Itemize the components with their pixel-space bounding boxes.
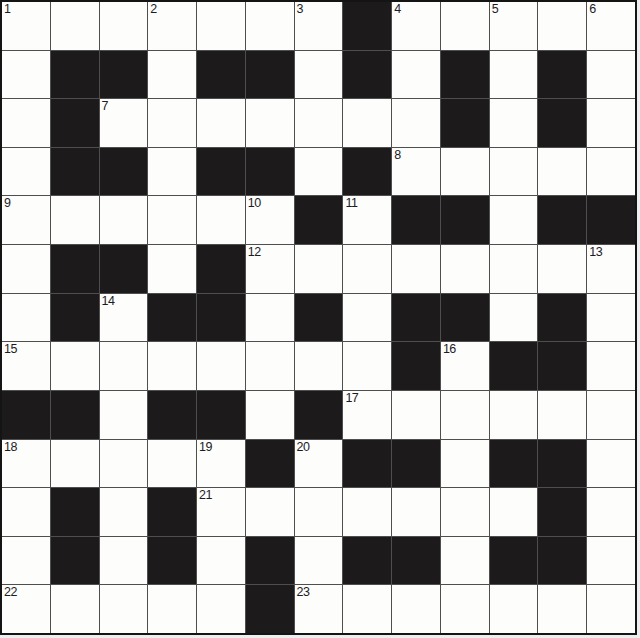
letter-cell-r8c1[interactable]: 15 [2,342,50,390]
letter-cell-r6c12[interactable] [538,245,586,293]
letter-cell-r4c4[interactable] [148,148,196,196]
letter-cell-r7c6[interactable] [246,294,294,342]
block-cell-r4c3 [100,148,148,196]
letter-cell-r11c5[interactable]: 21 [197,488,245,536]
letter-cell-r10c5[interactable]: 19 [197,440,245,488]
letter-cell-r9c9[interactable] [392,391,440,439]
letter-cell-r6c13[interactable]: 13 [587,245,635,293]
letter-cell-r5c5[interactable] [197,196,245,244]
letter-cell-r13c2[interactable] [51,585,99,633]
block-cell-r7c10 [441,294,489,342]
letter-cell-r5c1[interactable]: 9 [2,196,50,244]
block-cell-r2c3 [100,51,148,99]
letter-cell-r6c8[interactable] [343,245,391,293]
letter-cell-r6c7[interactable] [295,245,343,293]
letter-cell-r3c3[interactable]: 7 [100,99,148,147]
letter-cell-r10c7[interactable]: 20 [295,440,343,488]
letter-cell-r3c11[interactable] [490,99,538,147]
letter-cell-r6c9[interactable] [392,245,440,293]
block-cell-r10c11 [490,440,538,488]
block-cell-r7c12 [538,294,586,342]
clue-number-2: 2 [150,2,156,16]
letter-cell-r5c3[interactable] [100,196,148,244]
block-cell-r3c12 [538,99,586,147]
clue-number-17: 17 [345,391,358,405]
letter-cell-r5c4[interactable] [148,196,196,244]
letter-cell-r6c4[interactable] [148,245,196,293]
letter-cell-r6c6[interactable]: 12 [246,245,294,293]
clue-number-12: 12 [248,245,261,259]
block-cell-r12c12 [538,537,586,585]
letter-cell-r9c10[interactable] [441,391,489,439]
letter-cell-r10c10[interactable] [441,440,489,488]
block-cell-r11c12 [538,488,586,536]
block-cell-r9c2 [51,391,99,439]
clue-number-9: 9 [4,196,10,210]
letter-cell-r4c1[interactable] [2,148,50,196]
letter-cell-r13c4[interactable] [148,585,196,633]
block-cell-r12c8 [343,537,391,585]
letter-cell-r1c7[interactable]: 3 [295,2,343,50]
block-cell-r9c7 [295,391,343,439]
block-cell-r2c12 [538,51,586,99]
letter-cell-r12c5[interactable] [197,537,245,585]
letter-cell-r6c1[interactable] [2,245,50,293]
letter-cell-r7c11[interactable] [490,294,538,342]
letter-cell-r9c3[interactable] [100,391,148,439]
letter-cell-r2c11[interactable] [490,51,538,99]
letter-cell-r9c12[interactable] [538,391,586,439]
letter-cell-r8c10[interactable]: 16 [441,342,489,390]
letter-cell-r13c11[interactable] [490,585,538,633]
letter-cell-r4c13[interactable] [587,148,635,196]
letter-cell-r11c10[interactable] [441,488,489,536]
letter-cell-r1c13[interactable]: 6 [587,2,635,50]
letter-cell-r7c8[interactable] [343,294,391,342]
letter-cell-r1c4[interactable]: 2 [148,2,196,50]
block-cell-r8c9 [392,342,440,390]
letter-cell-r5c6[interactable]: 10 [246,196,294,244]
block-cell-r9c1 [2,391,50,439]
letter-cell-r3c1[interactable] [2,99,50,147]
letter-cell-r4c11[interactable] [490,148,538,196]
crossword-board: 1234567891011121314151617181920212223 [0,0,637,635]
letter-cell-r11c11[interactable] [490,488,538,536]
letter-cell-r11c13[interactable] [587,488,635,536]
block-cell-r7c9 [392,294,440,342]
block-cell-r10c12 [538,440,586,488]
block-cell-r12c9 [392,537,440,585]
letter-cell-r8c2[interactable] [51,342,99,390]
letter-cell-r9c8[interactable]: 17 [343,391,391,439]
letter-cell-r3c4[interactable] [148,99,196,147]
clue-number-6: 6 [589,2,595,16]
letter-cell-r3c9[interactable] [392,99,440,147]
letter-cell-r11c9[interactable] [392,488,440,536]
letter-cell-r13c8[interactable] [343,585,391,633]
clue-number-5: 5 [492,2,498,16]
clue-number-1: 1 [4,2,10,16]
block-cell-r12c6 [246,537,294,585]
letter-cell-r8c4[interactable] [148,342,196,390]
block-cell-r11c4 [148,488,196,536]
block-cell-r5c7 [295,196,343,244]
letter-cell-r7c13[interactable] [587,294,635,342]
letter-cell-r1c6[interactable] [246,2,294,50]
letter-cell-r2c9[interactable] [392,51,440,99]
letter-cell-r12c7[interactable] [295,537,343,585]
block-cell-r7c4 [148,294,196,342]
block-cell-r6c2 [51,245,99,293]
letter-cell-r3c6[interactable] [246,99,294,147]
clue-number-10: 10 [248,196,261,210]
clue-number-14: 14 [102,294,115,308]
block-cell-r4c8 [343,148,391,196]
clue-number-19: 19 [199,440,212,454]
letter-cell-r6c10[interactable] [441,245,489,293]
letter-cell-r3c8[interactable] [343,99,391,147]
letter-cell-r1c1[interactable]: 1 [2,2,50,50]
letter-cell-r2c7[interactable] [295,51,343,99]
clue-number-23: 23 [297,585,310,599]
letter-cell-r13c9[interactable] [392,585,440,633]
letter-cell-r9c6[interactable] [246,391,294,439]
letter-cell-r1c10[interactable] [441,2,489,50]
letter-cell-r4c9[interactable]: 8 [392,148,440,196]
block-cell-r2c5 [197,51,245,99]
letter-cell-r2c4[interactable] [148,51,196,99]
letter-cell-r7c3[interactable]: 14 [100,294,148,342]
letter-cell-r10c2[interactable] [51,440,99,488]
letter-cell-r8c5[interactable] [197,342,245,390]
block-cell-r5c9 [392,196,440,244]
letter-cell-r2c13[interactable] [587,51,635,99]
block-cell-r7c7 [295,294,343,342]
letter-cell-r5c8[interactable]: 11 [343,196,391,244]
letter-cell-r13c3[interactable] [100,585,148,633]
block-cell-r8c12 [538,342,586,390]
letter-cell-r13c12[interactable] [538,585,586,633]
letter-cell-r11c7[interactable] [295,488,343,536]
clue-number-4: 4 [394,2,400,16]
letter-cell-r8c7[interactable] [295,342,343,390]
block-cell-r12c4 [148,537,196,585]
block-cell-r6c5 [197,245,245,293]
letter-cell-r13c10[interactable] [441,585,489,633]
letter-cell-r10c3[interactable] [100,440,148,488]
letter-cell-r8c6[interactable] [246,342,294,390]
letter-cell-r10c13[interactable] [587,440,635,488]
letter-cell-r10c1[interactable]: 18 [2,440,50,488]
clue-number-11: 11 [345,196,357,210]
letter-cell-r1c11[interactable]: 5 [490,2,538,50]
clue-number-15: 15 [4,342,17,356]
block-cell-r7c5 [197,294,245,342]
clue-number-21: 21 [199,488,212,502]
block-cell-r4c2 [51,148,99,196]
letter-cell-r8c13[interactable] [587,342,635,390]
block-cell-r9c4 [148,391,196,439]
block-cell-r12c2 [51,537,99,585]
block-cell-r10c9 [392,440,440,488]
letter-cell-r12c3[interactable] [100,537,148,585]
block-cell-r5c10 [441,196,489,244]
letter-cell-r13c7[interactable]: 23 [295,585,343,633]
letter-cell-r3c13[interactable] [587,99,635,147]
clue-number-8: 8 [394,148,400,162]
letter-cell-r3c7[interactable] [295,99,343,147]
letter-cell-r1c2[interactable] [51,2,99,50]
block-cell-r8c11 [490,342,538,390]
letter-cell-r13c1[interactable]: 22 [2,585,50,633]
letter-cell-r2c1[interactable] [2,51,50,99]
block-cell-r4c6 [246,148,294,196]
clue-number-20: 20 [297,440,310,454]
block-cell-r4c5 [197,148,245,196]
clue-number-3: 3 [297,2,303,16]
block-cell-r1c8 [343,2,391,50]
letter-cell-r12c1[interactable] [2,537,50,585]
letter-cell-r9c13[interactable] [587,391,635,439]
letter-cell-r13c5[interactable] [197,585,245,633]
letter-cell-r5c11[interactable] [490,196,538,244]
block-cell-r2c8 [343,51,391,99]
block-cell-r11c2 [51,488,99,536]
letter-cell-r1c12[interactable] [538,2,586,50]
clue-number-7: 7 [102,99,108,113]
clue-number-16: 16 [443,342,456,356]
letter-cell-r3c5[interactable] [197,99,245,147]
block-cell-r10c8 [343,440,391,488]
block-cell-r3c2 [51,99,99,147]
letter-cell-r12c13[interactable] [587,537,635,585]
letter-cell-r8c3[interactable] [100,342,148,390]
letter-cell-r4c12[interactable] [538,148,586,196]
letter-cell-r6c11[interactable] [490,245,538,293]
letter-cell-r5c2[interactable] [51,196,99,244]
letter-cell-r11c1[interactable] [2,488,50,536]
letter-cell-r10c4[interactable] [148,440,196,488]
clue-number-18: 18 [4,440,17,454]
block-cell-r6c3 [100,245,148,293]
block-cell-r7c2 [51,294,99,342]
block-cell-r3c10 [441,99,489,147]
letter-cell-r8c8[interactable] [343,342,391,390]
letter-cell-r11c6[interactable] [246,488,294,536]
block-cell-r13c6 [246,585,294,633]
block-cell-r5c13 [587,196,635,244]
letter-cell-r1c5[interactable] [197,2,245,50]
block-cell-r10c6 [246,440,294,488]
letter-cell-r1c3[interactable] [100,2,148,50]
letter-cell-r11c8[interactable] [343,488,391,536]
letter-cell-r1c9[interactable]: 4 [392,2,440,50]
block-cell-r9c5 [197,391,245,439]
block-cell-r2c2 [51,51,99,99]
letter-cell-r13c13[interactable] [587,585,635,633]
letter-cell-r4c7[interactable] [295,148,343,196]
block-cell-r2c10 [441,51,489,99]
clue-number-22: 22 [4,585,17,599]
letter-cell-r4c10[interactable] [441,148,489,196]
block-cell-r5c12 [538,196,586,244]
letter-cell-r9c11[interactable] [490,391,538,439]
block-cell-r12c11 [490,537,538,585]
letter-cell-r7c1[interactable] [2,294,50,342]
letter-cell-r11c3[interactable] [100,488,148,536]
block-cell-r2c6 [246,51,294,99]
clue-number-13: 13 [589,245,602,259]
letter-cell-r12c10[interactable] [441,537,489,585]
